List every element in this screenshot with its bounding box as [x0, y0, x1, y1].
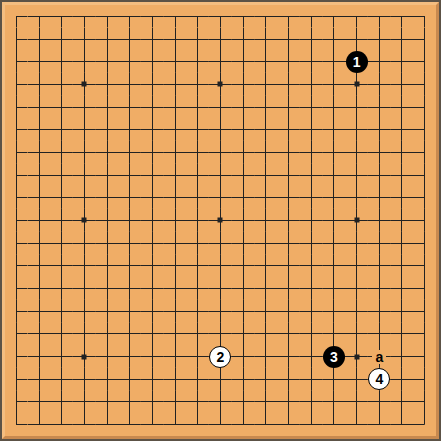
- intersection: [96, 141, 119, 164]
- intersection: [141, 255, 164, 278]
- intersection: [300, 323, 323, 346]
- intersection: [300, 368, 323, 391]
- intersection: [209, 96, 232, 119]
- intersection: [232, 118, 255, 141]
- intersection: [141, 209, 164, 232]
- intersection: [50, 255, 73, 278]
- intersection: [73, 28, 96, 51]
- intersection: [28, 345, 51, 368]
- intersection: [5, 300, 28, 323]
- intersection: [186, 300, 209, 323]
- intersection: [73, 5, 96, 28]
- intersection: [391, 118, 414, 141]
- intersection: [73, 50, 96, 73]
- intersection: [323, 164, 346, 187]
- intersection: [277, 141, 300, 164]
- intersection: [164, 255, 187, 278]
- intersection: [277, 164, 300, 187]
- intersection: [28, 232, 51, 255]
- intersection: [300, 209, 323, 232]
- intersection: [50, 28, 73, 51]
- intersection: [141, 186, 164, 209]
- intersection: [255, 277, 278, 300]
- intersection: [345, 323, 368, 346]
- intersection: [323, 232, 346, 255]
- intersection: [209, 300, 232, 323]
- intersection: [232, 73, 255, 96]
- intersection: [391, 141, 414, 164]
- intersection: [255, 164, 278, 187]
- intersection: [232, 141, 255, 164]
- black-stone-3: 3: [323, 346, 345, 368]
- intersection: [413, 345, 436, 368]
- intersection: [209, 186, 232, 209]
- intersection: [28, 164, 51, 187]
- intersection: [368, 5, 391, 28]
- intersection: [368, 209, 391, 232]
- intersection: [50, 209, 73, 232]
- intersection: [186, 277, 209, 300]
- intersection: [232, 255, 255, 278]
- intersection: [50, 164, 73, 187]
- intersection: [391, 413, 414, 436]
- intersection: [141, 300, 164, 323]
- intersection: [50, 50, 73, 73]
- intersection: [118, 391, 141, 414]
- intersection: [50, 323, 73, 346]
- intersection: [28, 118, 51, 141]
- intersection: [413, 141, 436, 164]
- intersection: [391, 73, 414, 96]
- intersection: [186, 50, 209, 73]
- intersection: [232, 277, 255, 300]
- intersection: [368, 413, 391, 436]
- intersection: [28, 96, 51, 119]
- intersection: [118, 413, 141, 436]
- intersection: [413, 186, 436, 209]
- intersection: [164, 300, 187, 323]
- intersection: 1: [345, 50, 368, 73]
- intersection: [96, 323, 119, 346]
- intersection: [186, 323, 209, 346]
- intersection: [209, 323, 232, 346]
- intersection: [300, 277, 323, 300]
- intersection: [96, 118, 119, 141]
- intersection: [73, 413, 96, 436]
- intersection: [232, 323, 255, 346]
- intersection: [368, 141, 391, 164]
- intersection: [118, 255, 141, 278]
- intersection: [277, 323, 300, 346]
- intersection: [277, 413, 300, 436]
- intersection: [323, 141, 346, 164]
- intersection: [391, 209, 414, 232]
- intersection: [413, 118, 436, 141]
- intersection: [50, 118, 73, 141]
- intersection: [323, 96, 346, 119]
- intersection: [255, 5, 278, 28]
- intersection: [50, 345, 73, 368]
- intersection: [118, 232, 141, 255]
- intersection: [5, 368, 28, 391]
- intersection: [209, 277, 232, 300]
- intersection: [232, 164, 255, 187]
- intersection: [323, 28, 346, 51]
- intersection: [413, 96, 436, 119]
- intersection: [118, 164, 141, 187]
- board-frame-bevel: 123a4: [2, 2, 439, 439]
- intersection: [5, 164, 28, 187]
- intersection: [118, 73, 141, 96]
- star-point-intersection: [73, 73, 96, 96]
- intersection: [118, 209, 141, 232]
- intersection: [28, 5, 51, 28]
- intersection: [391, 323, 414, 346]
- intersection: [323, 50, 346, 73]
- point-label-a: a: [372, 350, 386, 364]
- intersection: [255, 186, 278, 209]
- intersection: [300, 164, 323, 187]
- intersection: [277, 255, 300, 278]
- intersection: [368, 28, 391, 51]
- intersection: [73, 255, 96, 278]
- intersection: [186, 96, 209, 119]
- intersection: [413, 5, 436, 28]
- intersection: [323, 300, 346, 323]
- intersection: [73, 186, 96, 209]
- intersection: [5, 255, 28, 278]
- intersection: [5, 5, 28, 28]
- intersection: [255, 28, 278, 51]
- intersection: [164, 73, 187, 96]
- intersection: [96, 368, 119, 391]
- intersection: [209, 5, 232, 28]
- intersection: [141, 28, 164, 51]
- intersection: [368, 255, 391, 278]
- intersection: [73, 96, 96, 119]
- intersection: [50, 391, 73, 414]
- intersection: 3: [323, 345, 346, 368]
- intersection: [209, 232, 232, 255]
- intersection: [277, 277, 300, 300]
- intersection: [368, 96, 391, 119]
- intersection: [28, 323, 51, 346]
- intersection: [164, 186, 187, 209]
- intersection: [391, 232, 414, 255]
- intersection: [50, 5, 73, 28]
- intersection: [391, 277, 414, 300]
- intersection: [28, 391, 51, 414]
- intersection: [323, 391, 346, 414]
- intersection: [368, 232, 391, 255]
- star-point-intersection: [345, 73, 368, 96]
- intersection: [255, 96, 278, 119]
- intersection: [323, 277, 346, 300]
- intersection: [118, 345, 141, 368]
- intersection: [28, 28, 51, 51]
- intersection: [255, 368, 278, 391]
- star-point-intersection: [73, 345, 96, 368]
- intersection: [96, 186, 119, 209]
- intersection: [96, 232, 119, 255]
- intersection: [164, 413, 187, 436]
- intersection: [73, 391, 96, 414]
- intersection: [345, 413, 368, 436]
- intersection: [186, 141, 209, 164]
- intersection: [96, 391, 119, 414]
- intersection: [413, 232, 436, 255]
- intersection: [232, 368, 255, 391]
- intersection: [186, 368, 209, 391]
- intersection: [209, 141, 232, 164]
- intersection: [164, 50, 187, 73]
- intersection: [73, 300, 96, 323]
- intersection: [186, 28, 209, 51]
- intersection: [277, 209, 300, 232]
- intersection: [345, 300, 368, 323]
- intersection: [164, 323, 187, 346]
- intersection: 4: [368, 368, 391, 391]
- intersection: [345, 164, 368, 187]
- intersection: [323, 255, 346, 278]
- intersection: [300, 186, 323, 209]
- intersection: [186, 186, 209, 209]
- intersection: [5, 28, 28, 51]
- intersection: [345, 5, 368, 28]
- intersection: [118, 96, 141, 119]
- intersection: [277, 96, 300, 119]
- intersection: [277, 232, 300, 255]
- intersection: [28, 50, 51, 73]
- intersection: [232, 5, 255, 28]
- intersection: [209, 50, 232, 73]
- intersection: [277, 118, 300, 141]
- intersection: [300, 118, 323, 141]
- intersection: [391, 164, 414, 187]
- intersection: [186, 164, 209, 187]
- intersection: [96, 413, 119, 436]
- intersection: [164, 28, 187, 51]
- intersection: [209, 368, 232, 391]
- intersection: [345, 96, 368, 119]
- intersection: [50, 96, 73, 119]
- intersection: [96, 300, 119, 323]
- intersection: [300, 232, 323, 255]
- intersection: [413, 300, 436, 323]
- intersection: [323, 186, 346, 209]
- intersection: [73, 141, 96, 164]
- intersection: [73, 368, 96, 391]
- intersection: [50, 277, 73, 300]
- intersection: [255, 141, 278, 164]
- intersection: [368, 391, 391, 414]
- intersection: [50, 186, 73, 209]
- intersection: [368, 186, 391, 209]
- intersection: [232, 186, 255, 209]
- intersection: [96, 28, 119, 51]
- intersection: [28, 300, 51, 323]
- intersection: [232, 96, 255, 119]
- star-point-intersection: [345, 209, 368, 232]
- intersection: [300, 73, 323, 96]
- star-point-intersection: [73, 209, 96, 232]
- intersection: [277, 300, 300, 323]
- intersection: [391, 391, 414, 414]
- intersection: [186, 118, 209, 141]
- intersection: [323, 209, 346, 232]
- intersection: [118, 5, 141, 28]
- intersection: [73, 118, 96, 141]
- intersection: [73, 277, 96, 300]
- white-stone-2: 2: [209, 346, 231, 368]
- intersection: [300, 413, 323, 436]
- intersection: [50, 232, 73, 255]
- intersection: [164, 5, 187, 28]
- intersection: [255, 73, 278, 96]
- intersection: [118, 277, 141, 300]
- intersection: [164, 368, 187, 391]
- intersection: [300, 141, 323, 164]
- intersection: [186, 391, 209, 414]
- intersection: [5, 232, 28, 255]
- intersection: [345, 255, 368, 278]
- intersection: [5, 141, 28, 164]
- intersection: [141, 413, 164, 436]
- intersection: [232, 345, 255, 368]
- intersection: [232, 413, 255, 436]
- intersection: [118, 141, 141, 164]
- intersection: [391, 28, 414, 51]
- intersection: [323, 118, 346, 141]
- intersection: a: [368, 345, 391, 368]
- intersection: [232, 209, 255, 232]
- intersection: [391, 368, 414, 391]
- intersection: [300, 96, 323, 119]
- intersection: [73, 164, 96, 187]
- intersection: [413, 368, 436, 391]
- intersection: [186, 5, 209, 28]
- intersection: [413, 323, 436, 346]
- intersection: [413, 50, 436, 73]
- intersection: [164, 232, 187, 255]
- black-stone-1: 1: [346, 51, 368, 73]
- intersection: [96, 73, 119, 96]
- intersection: [323, 323, 346, 346]
- intersection: [277, 391, 300, 414]
- intersection: [5, 391, 28, 414]
- intersection: [413, 255, 436, 278]
- intersection: [277, 368, 300, 391]
- intersection: [50, 73, 73, 96]
- star-point-intersection: [209, 73, 232, 96]
- intersection: [209, 391, 232, 414]
- intersection: [73, 323, 96, 346]
- intersection: [28, 368, 51, 391]
- intersection: [118, 28, 141, 51]
- intersection: [96, 345, 119, 368]
- intersection: [368, 118, 391, 141]
- intersection: [209, 28, 232, 51]
- intersection: [255, 255, 278, 278]
- intersection: [5, 413, 28, 436]
- intersection: [141, 345, 164, 368]
- intersection: [300, 345, 323, 368]
- intersection: [28, 255, 51, 278]
- intersection: [413, 28, 436, 51]
- intersection: [232, 232, 255, 255]
- intersection: [28, 277, 51, 300]
- intersection: [323, 368, 346, 391]
- intersection: [164, 277, 187, 300]
- intersection: [255, 209, 278, 232]
- intersection: [164, 141, 187, 164]
- intersection: [164, 391, 187, 414]
- white-stone-4: 4: [368, 368, 390, 390]
- intersection: [232, 391, 255, 414]
- intersection: [413, 164, 436, 187]
- intersection: [300, 300, 323, 323]
- intersection: [73, 232, 96, 255]
- intersection: [345, 118, 368, 141]
- intersection: [209, 255, 232, 278]
- intersection: [209, 118, 232, 141]
- intersection: [5, 323, 28, 346]
- intersection: [141, 277, 164, 300]
- intersection: [368, 164, 391, 187]
- intersection: [300, 5, 323, 28]
- intersection: [164, 345, 187, 368]
- intersection: [255, 300, 278, 323]
- intersection: [164, 209, 187, 232]
- intersection: [5, 345, 28, 368]
- intersection: [28, 186, 51, 209]
- intersection: [232, 300, 255, 323]
- intersection: [300, 391, 323, 414]
- intersection: [186, 232, 209, 255]
- intersection: [186, 255, 209, 278]
- intersection: [96, 50, 119, 73]
- intersection: [118, 323, 141, 346]
- intersection: [5, 96, 28, 119]
- intersection: [141, 96, 164, 119]
- intersection: [118, 368, 141, 391]
- intersection: [255, 413, 278, 436]
- intersection: [391, 300, 414, 323]
- intersection: [141, 164, 164, 187]
- go-board-grid: 123a4: [5, 5, 436, 436]
- intersection: [413, 413, 436, 436]
- intersection: [391, 186, 414, 209]
- intersection: [413, 209, 436, 232]
- intersection: [118, 186, 141, 209]
- intersection: [232, 28, 255, 51]
- intersection: [391, 5, 414, 28]
- intersection: [5, 209, 28, 232]
- intersection: [5, 50, 28, 73]
- intersection: [391, 50, 414, 73]
- intersection: [413, 73, 436, 96]
- intersection: [209, 164, 232, 187]
- intersection: [141, 232, 164, 255]
- intersection: [141, 323, 164, 346]
- intersection: [28, 141, 51, 164]
- intersection: [368, 300, 391, 323]
- intersection: [255, 232, 278, 255]
- intersection: [277, 73, 300, 96]
- intersection: [209, 413, 232, 436]
- intersection: [277, 50, 300, 73]
- intersection: [368, 50, 391, 73]
